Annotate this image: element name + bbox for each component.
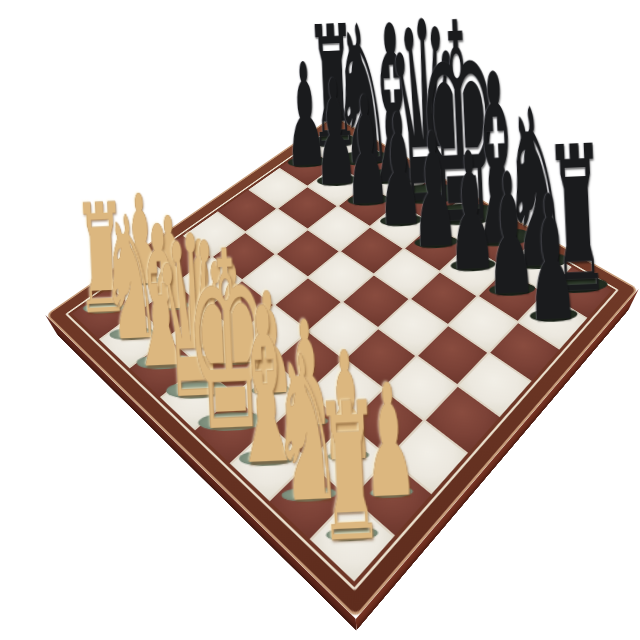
black-pawn-glyph: ♟: [519, 172, 583, 347]
white-rook-glyph: ♜: [309, 377, 390, 569]
chess-set-photo: ♜♞♝♛♚♝♞♜♟♟♟♟♟♟♟♟♟♟♟♟♟♟♟♟♜♞♝♛♚♝♞♜: [0, 0, 640, 640]
board-perspective: ♜♞♝♛♚♝♞♜♟♟♟♟♟♟♟♟♟♟♟♟♟♟♟♟♜♞♝♛♚♝♞♜: [0, 0, 640, 640]
piece-black-pawn-h7[interactable]: ♟: [469, 185, 632, 324]
chess-board-box: ♜♞♝♛♚♝♞♜♟♟♟♟♟♟♟♟♟♟♟♟♟♟♟♟♜♞♝♛♚♝♞♜: [45, 116, 638, 619]
square-h6[interactable]: [490, 323, 559, 381]
square-h5[interactable]: [459, 354, 530, 416]
piece-white-rook-h1[interactable]: ♜: [260, 392, 438, 544]
